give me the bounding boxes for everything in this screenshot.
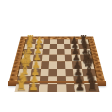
square[interactable]: [48, 84, 57, 92]
square[interactable]: ♜: [84, 84, 99, 92]
square[interactable]: [40, 76, 49, 84]
square[interactable]: [57, 84, 66, 92]
chess-board-grid: ♜♟♟♜♞♟♟♞♝♟♟♝♛♟♟♛♚♟♟♚♝♟♟♝♞♟♟♞♜♟♟♜: [18, 39, 96, 76]
square[interactable]: [49, 69, 57, 76]
black-rook-piece[interactable]: ♜: [87, 79, 98, 92]
white-pawn-piece[interactable]: ♟: [29, 81, 39, 92]
square[interactable]: [49, 54, 57, 61]
square[interactable]: [57, 69, 65, 76]
product-photo-stage: ♜♟♟♜♞♟♟♞♝♟♟♝♛♟♟♛♚♟♟♚♝♟♟♝♞♟♟♞♜♟♟♜: [0, 0, 112, 112]
square[interactable]: ♟: [74, 84, 85, 92]
square[interactable]: [39, 84, 48, 92]
square[interactable]: ♟: [29, 84, 40, 92]
chess-board: ♜♟♟♜♞♟♟♞♝♟♟♝♛♟♟♛♚♟♟♚♝♟♟♝♞♟♟♞♜♟♟♜: [9, 37, 105, 81]
square[interactable]: [48, 76, 57, 84]
white-rook-piece[interactable]: ♜: [16, 79, 27, 92]
black-pawn-piece[interactable]: ♟: [75, 81, 85, 92]
square[interactable]: [49, 61, 57, 69]
